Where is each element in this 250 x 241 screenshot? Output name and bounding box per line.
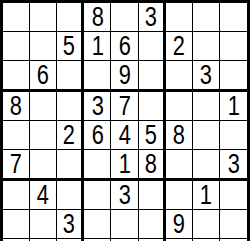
- cell-r2c5: 6: [111, 32, 138, 61]
- cell-r4c2[interactable]: [30, 92, 57, 121]
- cell-r7c3[interactable]: [57, 181, 84, 210]
- given-digit: 2: [173, 32, 185, 60]
- cell-r7c2: 4: [30, 181, 57, 210]
- cell-r4c6[interactable]: [139, 92, 166, 121]
- given-digit: 6: [91, 121, 103, 149]
- cell-r3c6[interactable]: [139, 61, 166, 92]
- cell-r1c9[interactable]: [220, 3, 247, 32]
- cell-r6c3[interactable]: [57, 150, 84, 181]
- given-digit: 4: [118, 121, 130, 149]
- cell-r5c5: 4: [111, 121, 138, 150]
- cell-r5c4: 6: [84, 121, 111, 150]
- given-digit: 3: [63, 210, 75, 238]
- cell-r5c2[interactable]: [30, 121, 57, 150]
- cell-r8c6[interactable]: [139, 210, 166, 239]
- cell-r2c2[interactable]: [30, 32, 57, 61]
- given-digit: 8: [173, 121, 185, 149]
- cell-r7c4[interactable]: [84, 181, 111, 210]
- given-digit: 8: [91, 3, 103, 31]
- cell-r3c4[interactable]: [84, 61, 111, 92]
- cell-r6c5: 1: [111, 150, 138, 181]
- cell-r5c6: 5: [139, 121, 166, 150]
- cell-r2c1[interactable]: [3, 32, 30, 61]
- cell-r5c3: 2: [57, 121, 84, 150]
- given-digit: 5: [63, 32, 75, 60]
- cell-r6c8[interactable]: [193, 150, 220, 181]
- given-digit: 1: [200, 181, 212, 209]
- cell-r7c1[interactable]: [3, 181, 30, 210]
- cell-r6c1: 7: [3, 150, 30, 181]
- cell-r6c9: 3: [220, 150, 247, 181]
- cell-r3c7[interactable]: [166, 61, 193, 92]
- cell-r2c7: 2: [166, 32, 193, 61]
- cell-r3c5: 9: [111, 61, 138, 92]
- cell-r5c1[interactable]: [3, 121, 30, 150]
- cell-r8c4[interactable]: [84, 210, 111, 239]
- cell-r1c3[interactable]: [57, 3, 84, 32]
- given-digit: 1: [91, 32, 103, 60]
- cell-r5c9[interactable]: [220, 121, 247, 150]
- cell-r1c1[interactable]: [3, 3, 30, 32]
- given-digit: 6: [118, 32, 130, 60]
- sudoku-board: 835162693837126458718343139713: [0, 0, 250, 241]
- cell-r8c2[interactable]: [30, 210, 57, 239]
- given-digit: 9: [118, 61, 130, 89]
- given-digit: 4: [37, 181, 49, 209]
- given-digit: 7: [10, 150, 22, 178]
- cell-r4c9: 1: [220, 92, 247, 121]
- cell-r4c4: 3: [84, 92, 111, 121]
- cell-r1c5[interactable]: [111, 3, 138, 32]
- cell-r7c7[interactable]: [166, 181, 193, 210]
- cell-r1c2[interactable]: [30, 3, 57, 32]
- cell-r5c7: 8: [166, 121, 193, 150]
- cell-r3c1[interactable]: [3, 61, 30, 92]
- cell-r6c7[interactable]: [166, 150, 193, 181]
- cell-r8c1[interactable]: [3, 210, 30, 239]
- cell-r4c5: 7: [111, 92, 138, 121]
- cell-r8c9[interactable]: [220, 210, 247, 239]
- given-digit: 3: [227, 150, 239, 178]
- cell-r2c4: 1: [84, 32, 111, 61]
- cell-r7c9[interactable]: [220, 181, 247, 210]
- cell-r7c5: 3: [111, 181, 138, 210]
- given-digit: 6: [37, 61, 49, 89]
- cell-r3c8: 3: [193, 61, 220, 92]
- given-digit: 3: [91, 92, 103, 120]
- given-digit: 1: [227, 92, 239, 120]
- cell-r4c3[interactable]: [57, 92, 84, 121]
- cell-r8c5[interactable]: [111, 210, 138, 239]
- cell-r8c8[interactable]: [193, 210, 220, 239]
- given-digit: 1: [118, 150, 130, 178]
- cell-r7c8: 1: [193, 181, 220, 210]
- cell-r1c7[interactable]: [166, 3, 193, 32]
- cell-r3c2: 6: [30, 61, 57, 92]
- cell-r2c3: 5: [57, 32, 84, 61]
- cell-r2c8[interactable]: [193, 32, 220, 61]
- cell-r3c3[interactable]: [57, 61, 84, 92]
- cell-r2c6[interactable]: [139, 32, 166, 61]
- given-digit: 8: [10, 92, 22, 120]
- cell-r1c8[interactable]: [193, 3, 220, 32]
- cell-r1c6: 3: [139, 3, 166, 32]
- cell-r4c7[interactable]: [166, 92, 193, 121]
- cell-r4c1: 8: [3, 92, 30, 121]
- cell-r8c3: 3: [57, 210, 84, 239]
- cell-r6c4[interactable]: [84, 150, 111, 181]
- given-digit: 7: [118, 92, 130, 120]
- cell-r3c9[interactable]: [220, 61, 247, 92]
- cell-r5c8[interactable]: [193, 121, 220, 150]
- given-digit: 9: [173, 210, 185, 238]
- given-digit: 5: [145, 121, 157, 149]
- given-digit: 8: [145, 150, 157, 178]
- cell-r6c6: 8: [139, 150, 166, 181]
- cell-r4c8[interactable]: [193, 92, 220, 121]
- cell-r2c9[interactable]: [220, 32, 247, 61]
- cell-r1c4: 8: [84, 3, 111, 32]
- cell-r8c7: 9: [166, 210, 193, 239]
- cell-r6c2[interactable]: [30, 150, 57, 181]
- cell-r7c6[interactable]: [139, 181, 166, 210]
- given-digit: 3: [118, 181, 130, 209]
- given-digit: 3: [145, 3, 157, 31]
- given-digit: 3: [200, 61, 212, 89]
- given-digit: 2: [63, 121, 75, 149]
